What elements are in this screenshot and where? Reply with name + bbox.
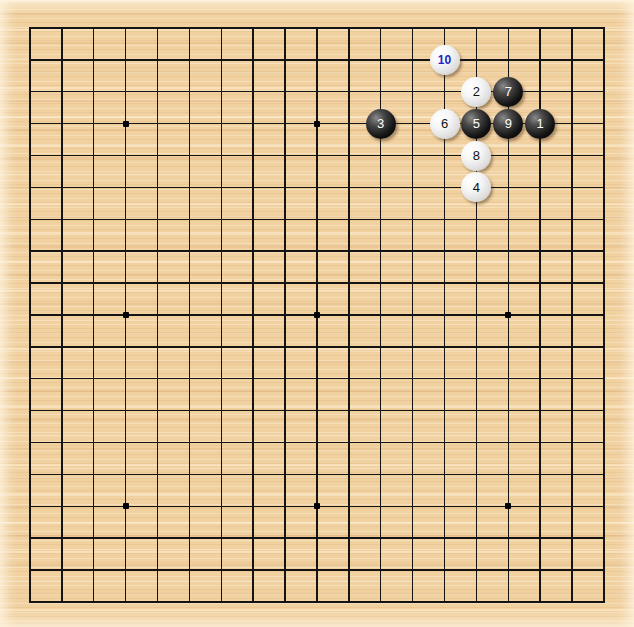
board-intersection[interactable]: [110, 522, 142, 554]
board-intersection[interactable]: [205, 267, 237, 299]
board-intersection[interactable]: [110, 12, 142, 44]
board-intersection[interactable]: [397, 235, 429, 267]
board-intersection[interactable]: [78, 140, 110, 172]
board-intersection[interactable]: [460, 522, 492, 554]
board-intersection[interactable]: [46, 140, 78, 172]
board-intersection[interactable]: [142, 490, 174, 522]
board-intersection[interactable]: [333, 76, 365, 108]
board-intersection[interactable]: [588, 490, 620, 522]
board-intersection[interactable]: [173, 140, 205, 172]
board-intersection[interactable]: [237, 458, 269, 490]
board-intersection[interactable]: [556, 235, 588, 267]
board-intersection[interactable]: [365, 395, 397, 427]
board-intersection[interactable]: [588, 522, 620, 554]
board-intersection[interactable]: [110, 586, 142, 618]
board-intersection[interactable]: [205, 235, 237, 267]
board-intersection[interactable]: [173, 458, 205, 490]
board-intersection[interactable]: [492, 490, 524, 522]
board-intersection[interactable]: [78, 458, 110, 490]
board-intersection[interactable]: [460, 203, 492, 235]
board-intersection[interactable]: [333, 44, 365, 76]
board-intersection[interactable]: [492, 427, 524, 459]
board-intersection[interactable]: [492, 171, 524, 203]
board-intersection[interactable]: [46, 12, 78, 44]
board-intersection[interactable]: [397, 331, 429, 363]
board-intersection[interactable]: [429, 12, 461, 44]
board-intersection[interactable]: [524, 458, 556, 490]
board-intersection[interactable]: [269, 299, 301, 331]
board-intersection[interactable]: [14, 235, 46, 267]
board-intersection[interactable]: [333, 203, 365, 235]
board-intersection[interactable]: [301, 171, 333, 203]
board-intersection[interactable]: [173, 76, 205, 108]
board-intersection[interactable]: [14, 554, 46, 586]
board-intersection[interactable]: [78, 203, 110, 235]
board-intersection[interactable]: [588, 171, 620, 203]
board-intersection[interactable]: [429, 522, 461, 554]
board-intersection[interactable]: [333, 267, 365, 299]
board-intersection[interactable]: [78, 12, 110, 44]
board-intersection[interactable]: [46, 395, 78, 427]
board-intersection[interactable]: [460, 586, 492, 618]
board-intersection[interactable]: [524, 427, 556, 459]
board-intersection[interactable]: [237, 76, 269, 108]
board-intersection[interactable]: [110, 171, 142, 203]
board-intersection[interactable]: [237, 235, 269, 267]
board-intersection[interactable]: [429, 331, 461, 363]
board-intersection[interactable]: [78, 44, 110, 76]
board-intersection[interactable]: [46, 363, 78, 395]
board-intersection[interactable]: [429, 203, 461, 235]
board-intersection[interactable]: [301, 44, 333, 76]
board-intersection[interactable]: [14, 522, 46, 554]
board-intersection[interactable]: [205, 299, 237, 331]
board-intersection[interactable]: 2: [460, 76, 492, 108]
board-intersection[interactable]: [269, 331, 301, 363]
board-intersection[interactable]: [205, 522, 237, 554]
board-intersection[interactable]: [397, 586, 429, 618]
board-intersection[interactable]: 4: [460, 171, 492, 203]
board-intersection[interactable]: [588, 203, 620, 235]
board-intersection[interactable]: [173, 586, 205, 618]
board-intersection[interactable]: [110, 44, 142, 76]
board-intersection[interactable]: [365, 267, 397, 299]
board-intersection[interactable]: [142, 427, 174, 459]
board-intersection[interactable]: [237, 331, 269, 363]
board-intersection[interactable]: 3: [365, 108, 397, 140]
board-intersection[interactable]: [429, 299, 461, 331]
board-intersection[interactable]: [269, 203, 301, 235]
board-intersection[interactable]: [142, 76, 174, 108]
board-intersection[interactable]: [524, 140, 556, 172]
board-intersection[interactable]: [524, 203, 556, 235]
board-intersection[interactable]: [333, 427, 365, 459]
board-intersection[interactable]: [365, 76, 397, 108]
board-intersection[interactable]: [142, 331, 174, 363]
board-intersection[interactable]: [301, 108, 333, 140]
board-intersection[interactable]: [588, 140, 620, 172]
board-intersection[interactable]: [365, 331, 397, 363]
board-intersection[interactable]: [588, 108, 620, 140]
board-intersection[interactable]: [365, 522, 397, 554]
board-intersection[interactable]: [173, 363, 205, 395]
board-intersection[interactable]: [460, 235, 492, 267]
board-intersection[interactable]: [110, 427, 142, 459]
board-intersection[interactable]: [173, 203, 205, 235]
board-intersection[interactable]: [365, 140, 397, 172]
board-intersection[interactable]: [14, 395, 46, 427]
board-intersection[interactable]: [78, 490, 110, 522]
board-intersection[interactable]: [110, 554, 142, 586]
board-intersection[interactable]: [14, 203, 46, 235]
board-intersection[interactable]: [269, 522, 301, 554]
board-intersection[interactable]: [205, 395, 237, 427]
board-intersection[interactable]: [205, 458, 237, 490]
board-intersection[interactable]: [492, 203, 524, 235]
board-intersection[interactable]: [301, 12, 333, 44]
board-intersection[interactable]: [524, 267, 556, 299]
board-intersection[interactable]: [492, 267, 524, 299]
board-intersection[interactable]: [333, 586, 365, 618]
board-intersection[interactable]: [429, 171, 461, 203]
board-intersection[interactable]: [142, 203, 174, 235]
board-intersection[interactable]: [46, 427, 78, 459]
board-intersection[interactable]: [46, 235, 78, 267]
board-intersection[interactable]: [269, 267, 301, 299]
board-intersection[interactable]: [269, 427, 301, 459]
board-intersection[interactable]: [556, 44, 588, 76]
board-intersection[interactable]: [78, 331, 110, 363]
board-intersection[interactable]: [556, 299, 588, 331]
board-intersection[interactable]: [46, 171, 78, 203]
board-intersection[interactable]: [492, 586, 524, 618]
board-intersection[interactable]: [205, 140, 237, 172]
board-intersection[interactable]: [142, 299, 174, 331]
board-intersection[interactable]: 5: [460, 108, 492, 140]
board-intersection[interactable]: [110, 331, 142, 363]
board-intersection[interactable]: [237, 363, 269, 395]
board-intersection[interactable]: [205, 490, 237, 522]
board-intersection[interactable]: [397, 76, 429, 108]
board-intersection[interactable]: [14, 490, 46, 522]
board-intersection[interactable]: [301, 490, 333, 522]
board-intersection[interactable]: [110, 363, 142, 395]
board-intersection[interactable]: [333, 171, 365, 203]
board-intersection[interactable]: [397, 44, 429, 76]
board-intersection[interactable]: [460, 554, 492, 586]
board-intersection[interactable]: [492, 44, 524, 76]
board-intersection[interactable]: [110, 235, 142, 267]
board-intersection[interactable]: [460, 363, 492, 395]
board-intersection[interactable]: [365, 458, 397, 490]
board-intersection[interactable]: [429, 363, 461, 395]
board-intersection[interactable]: [524, 44, 556, 76]
board-intersection[interactable]: [110, 490, 142, 522]
board-intersection[interactable]: [556, 12, 588, 44]
board-intersection[interactable]: [46, 490, 78, 522]
board-intersection[interactable]: [333, 235, 365, 267]
board-intersection[interactable]: [524, 554, 556, 586]
board-intersection[interactable]: [237, 140, 269, 172]
board-intersection[interactable]: [110, 140, 142, 172]
board-intersection[interactable]: [588, 458, 620, 490]
board-intersection[interactable]: [460, 427, 492, 459]
board-intersection[interactable]: [269, 140, 301, 172]
board-intersection[interactable]: [556, 267, 588, 299]
board-intersection[interactable]: [333, 12, 365, 44]
board-intersection[interactable]: [397, 299, 429, 331]
board-intersection[interactable]: [333, 522, 365, 554]
board-intersection[interactable]: [556, 76, 588, 108]
board-intersection[interactable]: [365, 235, 397, 267]
board-intersection[interactable]: [14, 12, 46, 44]
board-intersection[interactable]: [46, 267, 78, 299]
board-intersection[interactable]: [524, 490, 556, 522]
board-intersection[interactable]: [429, 76, 461, 108]
board-intersection[interactable]: [46, 522, 78, 554]
board-intersection[interactable]: [205, 44, 237, 76]
board-intersection[interactable]: [524, 395, 556, 427]
board-intersection[interactable]: [237, 12, 269, 44]
board-intersection[interactable]: [237, 108, 269, 140]
board-intersection[interactable]: [588, 299, 620, 331]
board-intersection[interactable]: [237, 171, 269, 203]
board-intersection[interactable]: [524, 12, 556, 44]
board-intersection[interactable]: [173, 44, 205, 76]
board-intersection[interactable]: [301, 140, 333, 172]
board-intersection[interactable]: [269, 395, 301, 427]
board-intersection[interactable]: [110, 76, 142, 108]
board-intersection[interactable]: [269, 108, 301, 140]
board-intersection[interactable]: [237, 44, 269, 76]
board-intersection[interactable]: [397, 363, 429, 395]
board-intersection[interactable]: [142, 522, 174, 554]
board-intersection[interactable]: [269, 458, 301, 490]
board-intersection[interactable]: [142, 554, 174, 586]
board-intersection[interactable]: [173, 267, 205, 299]
board-intersection[interactable]: [269, 171, 301, 203]
board-intersection[interactable]: [173, 395, 205, 427]
board-intersection[interactable]: [237, 267, 269, 299]
board-intersection[interactable]: [333, 140, 365, 172]
board-intersection[interactable]: [78, 363, 110, 395]
board-intersection[interactable]: [524, 76, 556, 108]
board-intersection[interactable]: [173, 427, 205, 459]
board-intersection[interactable]: [397, 140, 429, 172]
board-intersection[interactable]: [492, 395, 524, 427]
board-intersection[interactable]: [397, 554, 429, 586]
board-intersection[interactable]: [333, 108, 365, 140]
board-intersection[interactable]: [205, 586, 237, 618]
board-intersection[interactable]: [524, 586, 556, 618]
board-intersection[interactable]: [14, 267, 46, 299]
board-intersection[interactable]: [301, 363, 333, 395]
board-intersection[interactable]: [492, 522, 524, 554]
board-intersection[interactable]: 7: [492, 76, 524, 108]
board-intersection[interactable]: [333, 554, 365, 586]
board-intersection[interactable]: [365, 363, 397, 395]
board-intersection[interactable]: [142, 235, 174, 267]
board-intersection[interactable]: [14, 363, 46, 395]
board-intersection[interactable]: [237, 586, 269, 618]
board-intersection[interactable]: [78, 586, 110, 618]
board-intersection[interactable]: [588, 427, 620, 459]
board-intersection[interactable]: [14, 171, 46, 203]
board-intersection[interactable]: [173, 235, 205, 267]
board-intersection[interactable]: [269, 586, 301, 618]
board-intersection[interactable]: [142, 458, 174, 490]
board-intersection[interactable]: [556, 363, 588, 395]
board-intersection[interactable]: [110, 299, 142, 331]
board-intersection[interactable]: 6: [429, 108, 461, 140]
board-intersection[interactable]: [365, 427, 397, 459]
board-intersection[interactable]: [46, 76, 78, 108]
board-intersection[interactable]: [110, 395, 142, 427]
board-intersection[interactable]: [492, 235, 524, 267]
board-intersection[interactable]: [301, 522, 333, 554]
board-intersection[interactable]: [46, 554, 78, 586]
board-intersection[interactable]: [142, 12, 174, 44]
board-intersection[interactable]: [14, 44, 46, 76]
board-intersection[interactable]: [365, 203, 397, 235]
board-intersection[interactable]: [301, 427, 333, 459]
board-intersection[interactable]: [14, 76, 46, 108]
board-intersection[interactable]: [429, 490, 461, 522]
board-intersection[interactable]: 1: [524, 108, 556, 140]
board-intersection[interactable]: [269, 12, 301, 44]
board-intersection[interactable]: [269, 490, 301, 522]
board-intersection[interactable]: [556, 554, 588, 586]
board-intersection[interactable]: [429, 427, 461, 459]
board-intersection[interactable]: [269, 76, 301, 108]
board-intersection[interactable]: [524, 299, 556, 331]
board-intersection[interactable]: [588, 395, 620, 427]
board-intersection[interactable]: [333, 490, 365, 522]
board-intersection[interactable]: [78, 299, 110, 331]
board-intersection[interactable]: [142, 44, 174, 76]
board-intersection[interactable]: [78, 522, 110, 554]
board-intersection[interactable]: [460, 395, 492, 427]
board-intersection[interactable]: [333, 395, 365, 427]
board-intersection[interactable]: [173, 490, 205, 522]
board-intersection[interactable]: [78, 554, 110, 586]
board-intersection[interactable]: [429, 395, 461, 427]
board-intersection[interactable]: [397, 203, 429, 235]
board-intersection[interactable]: [460, 267, 492, 299]
board-intersection[interactable]: [46, 586, 78, 618]
board-intersection[interactable]: [556, 171, 588, 203]
board-intersection[interactable]: [492, 554, 524, 586]
board-intersection[interactable]: [14, 299, 46, 331]
board-intersection[interactable]: [142, 140, 174, 172]
board-intersection[interactable]: [205, 363, 237, 395]
board-intersection[interactable]: [460, 458, 492, 490]
board-intersection[interactable]: [460, 331, 492, 363]
board-intersection[interactable]: [14, 331, 46, 363]
board-intersection[interactable]: [365, 586, 397, 618]
board-intersection[interactable]: [205, 171, 237, 203]
board-intersection[interactable]: [142, 171, 174, 203]
board-intersection[interactable]: [78, 108, 110, 140]
board-intersection[interactable]: [301, 395, 333, 427]
board-intersection[interactable]: [556, 427, 588, 459]
board-intersection[interactable]: [397, 395, 429, 427]
board-intersection[interactable]: [588, 12, 620, 44]
board-intersection[interactable]: [492, 331, 524, 363]
board-intersection[interactable]: [492, 299, 524, 331]
board-intersection[interactable]: [588, 76, 620, 108]
board-intersection[interactable]: [237, 395, 269, 427]
board-intersection[interactable]: [205, 331, 237, 363]
board-intersection[interactable]: [301, 267, 333, 299]
board-intersection[interactable]: [46, 458, 78, 490]
board-intersection[interactable]: [556, 586, 588, 618]
board-intersection[interactable]: [301, 586, 333, 618]
board-intersection[interactable]: [588, 554, 620, 586]
board-intersection[interactable]: [524, 235, 556, 267]
board-intersection[interactable]: [110, 458, 142, 490]
board-intersection[interactable]: [173, 554, 205, 586]
board-intersection[interactable]: [429, 554, 461, 586]
board-intersection[interactable]: [205, 108, 237, 140]
board-intersection[interactable]: [269, 363, 301, 395]
board-intersection[interactable]: [78, 395, 110, 427]
board-intersection[interactable]: [524, 171, 556, 203]
board-intersection[interactable]: [14, 108, 46, 140]
board-intersection[interactable]: [142, 267, 174, 299]
board-intersection[interactable]: [173, 12, 205, 44]
board-intersection[interactable]: [556, 203, 588, 235]
board-intersection[interactable]: [365, 171, 397, 203]
board-intersection[interactable]: [333, 299, 365, 331]
board-intersection[interactable]: [78, 171, 110, 203]
board-intersection[interactable]: [205, 76, 237, 108]
board-intersection[interactable]: [460, 299, 492, 331]
board-intersection[interactable]: [492, 12, 524, 44]
board-intersection[interactable]: [110, 203, 142, 235]
board-intersection[interactable]: [301, 554, 333, 586]
board-intersection[interactable]: [397, 171, 429, 203]
board-intersection[interactable]: 10: [429, 44, 461, 76]
board-intersection[interactable]: [524, 363, 556, 395]
board-intersection[interactable]: [110, 108, 142, 140]
board-intersection[interactable]: [173, 171, 205, 203]
board-intersection[interactable]: [397, 427, 429, 459]
board-intersection[interactable]: [142, 363, 174, 395]
board-intersection[interactable]: [46, 44, 78, 76]
board-intersection[interactable]: [397, 12, 429, 44]
board-intersection[interactable]: [397, 490, 429, 522]
board-intersection[interactable]: [365, 490, 397, 522]
board-intersection[interactable]: [237, 427, 269, 459]
board-intersection[interactable]: [588, 331, 620, 363]
board-intersection[interactable]: [492, 458, 524, 490]
board-intersection[interactable]: [142, 108, 174, 140]
board-intersection[interactable]: [14, 458, 46, 490]
board-intersection[interactable]: [429, 235, 461, 267]
board-intersection[interactable]: [365, 299, 397, 331]
board-intersection[interactable]: [205, 12, 237, 44]
board-intersection[interactable]: [588, 586, 620, 618]
board-intersection[interactable]: [397, 522, 429, 554]
board-intersection[interactable]: [269, 44, 301, 76]
board-intersection[interactable]: [460, 490, 492, 522]
board-intersection[interactable]: [78, 235, 110, 267]
board-intersection[interactable]: [492, 363, 524, 395]
board-intersection[interactable]: [46, 331, 78, 363]
board-intersection[interactable]: [14, 140, 46, 172]
board-intersection[interactable]: [556, 458, 588, 490]
